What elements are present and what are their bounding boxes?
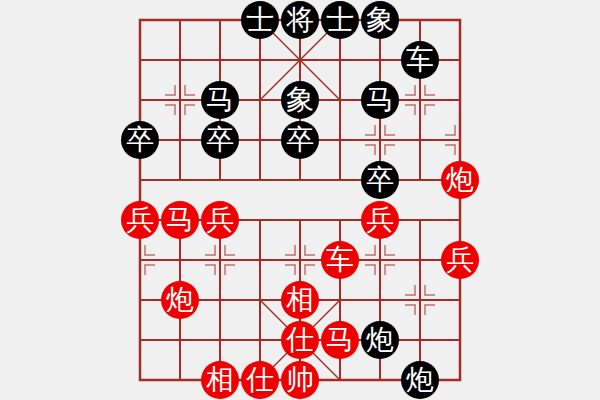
red-advisor[interactable]: 仕 — [241, 361, 279, 399]
red-cannon[interactable]: 炮 — [161, 281, 199, 319]
red-king[interactable]: 帅 — [281, 361, 319, 399]
red-soldier[interactable]: 兵 — [201, 201, 239, 239]
red-cannon[interactable]: 炮 — [441, 161, 479, 199]
red-soldier[interactable]: 兵 — [121, 201, 159, 239]
black-soldier[interactable]: 卒 — [201, 121, 239, 159]
red-soldier[interactable]: 兵 — [441, 241, 479, 279]
black-general[interactable]: 将 — [281, 1, 319, 39]
red-elephant[interactable]: 相 — [201, 361, 239, 399]
xiangqi-app: 士将士象车马象马卒卒卒卒炮兵马兵兵车兵炮相仕马炮相仕帅炮 — [0, 0, 600, 400]
red-soldier[interactable]: 兵 — [361, 201, 399, 239]
red-elephant[interactable]: 相 — [281, 281, 319, 319]
red-advisor[interactable]: 仕 — [281, 321, 319, 359]
red-horse[interactable]: 马 — [321, 321, 359, 359]
black-horse[interactable]: 马 — [201, 81, 239, 119]
black-elephant[interactable]: 象 — [361, 1, 399, 39]
black-soldier[interactable]: 卒 — [281, 121, 319, 159]
black-soldier[interactable]: 卒 — [121, 121, 159, 159]
black-soldier[interactable]: 卒 — [361, 161, 399, 199]
pieces-layer: 士将士象车马象马卒卒卒卒炮兵马兵兵车兵炮相仕马炮相仕帅炮 — [0, 0, 600, 400]
black-horse[interactable]: 马 — [361, 81, 399, 119]
black-elephant[interactable]: 象 — [281, 81, 319, 119]
black-cannon[interactable]: 炮 — [401, 361, 439, 399]
black-advisor[interactable]: 士 — [321, 1, 359, 39]
red-chariot[interactable]: 车 — [321, 241, 359, 279]
black-chariot[interactable]: 车 — [401, 41, 439, 79]
black-cannon[interactable]: 炮 — [361, 321, 399, 359]
xiangqi-board[interactable]: 士将士象车马象马卒卒卒卒炮兵马兵兵车兵炮相仕马炮相仕帅炮 — [0, 0, 600, 400]
red-horse[interactable]: 马 — [161, 201, 199, 239]
black-advisor[interactable]: 士 — [241, 1, 279, 39]
